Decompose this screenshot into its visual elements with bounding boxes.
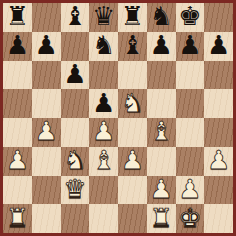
square-a7[interactable]: ♟ [3, 32, 32, 61]
piece-white-bishop[interactable]: ♝ [149, 118, 172, 144]
piece-black-rook[interactable]: ♜ [121, 3, 144, 29]
square-d8[interactable]: ♛ [89, 3, 118, 32]
piece-white-bishop[interactable]: ♝ [92, 147, 115, 173]
square-e5[interactable]: ♞ [118, 89, 147, 118]
square-d4[interactable]: ♟ [89, 118, 118, 147]
square-a4[interactable] [3, 118, 32, 147]
piece-black-pawn[interactable]: ♟ [149, 32, 172, 58]
square-f7[interactable]: ♟ [147, 32, 176, 61]
piece-white-rook[interactable]: ♜ [6, 205, 29, 231]
square-b5[interactable] [32, 89, 61, 118]
square-e3[interactable]: ♟ [118, 147, 147, 176]
piece-white-rook[interactable]: ♜ [149, 205, 172, 231]
square-d7[interactable]: ♞ [89, 32, 118, 61]
square-h6[interactable] [204, 61, 233, 90]
square-a1[interactable]: ♜ [3, 204, 32, 233]
square-f2[interactable]: ♟ [147, 176, 176, 205]
square-c4[interactable] [61, 118, 90, 147]
square-e4[interactable] [118, 118, 147, 147]
piece-white-knight[interactable]: ♞ [63, 147, 86, 173]
square-d5[interactable]: ♟ [89, 89, 118, 118]
square-b8[interactable] [32, 3, 61, 32]
piece-black-pawn[interactable]: ♟ [92, 90, 115, 116]
piece-white-pawn[interactable]: ♟ [92, 118, 115, 144]
square-c7[interactable] [61, 32, 90, 61]
square-g2[interactable]: ♟ [176, 176, 205, 205]
square-g3[interactable] [176, 147, 205, 176]
piece-black-pawn[interactable]: ♟ [207, 32, 230, 58]
square-c3[interactable]: ♞ [61, 147, 90, 176]
piece-black-bishop[interactable]: ♝ [121, 32, 144, 58]
piece-black-pawn[interactable]: ♟ [178, 32, 201, 58]
square-h7[interactable]: ♟ [204, 32, 233, 61]
square-d1[interactable] [89, 204, 118, 233]
piece-white-pawn[interactable]: ♟ [178, 176, 201, 202]
square-d3[interactable]: ♝ [89, 147, 118, 176]
square-f4[interactable]: ♝ [147, 118, 176, 147]
square-a8[interactable]: ♜ [3, 3, 32, 32]
square-c2[interactable]: ♛ [61, 176, 90, 205]
square-f8[interactable]: ♞ [147, 3, 176, 32]
square-f6[interactable] [147, 61, 176, 90]
square-c1[interactable] [61, 204, 90, 233]
square-b1[interactable] [32, 204, 61, 233]
square-a6[interactable] [3, 61, 32, 90]
piece-white-knight[interactable]: ♞ [121, 90, 144, 116]
square-a3[interactable]: ♟ [3, 147, 32, 176]
square-d6[interactable] [89, 61, 118, 90]
square-d2[interactable] [89, 176, 118, 205]
square-c8[interactable]: ♝ [61, 3, 90, 32]
piece-white-pawn[interactable]: ♟ [207, 147, 230, 173]
square-h8[interactable] [204, 3, 233, 32]
piece-black-bishop[interactable]: ♝ [63, 3, 86, 29]
piece-white-king[interactable]: ♚ [178, 205, 201, 231]
piece-black-pawn[interactable]: ♟ [63, 61, 86, 87]
square-a2[interactable] [3, 176, 32, 205]
square-h1[interactable] [204, 204, 233, 233]
square-h5[interactable] [204, 89, 233, 118]
square-g4[interactable] [176, 118, 205, 147]
piece-black-knight[interactable]: ♞ [149, 3, 172, 29]
square-e6[interactable] [118, 61, 147, 90]
piece-black-queen[interactable]: ♛ [92, 3, 115, 29]
square-e7[interactable]: ♝ [118, 32, 147, 61]
piece-black-pawn[interactable]: ♟ [6, 32, 29, 58]
piece-white-pawn[interactable]: ♟ [121, 147, 144, 173]
piece-black-knight[interactable]: ♞ [92, 32, 115, 58]
square-f1[interactable]: ♜ [147, 204, 176, 233]
square-h4[interactable] [204, 118, 233, 147]
piece-white-queen[interactable]: ♛ [63, 176, 86, 202]
square-g6[interactable] [176, 61, 205, 90]
square-b6[interactable] [32, 61, 61, 90]
chess-board: ♜♝♛♜♞♚♟♟♞♝♟♟♟♟♟♞♟♟♝♟♞♝♟♟♛♟♟♜♜♚ [3, 3, 233, 233]
square-c6[interactable]: ♟ [61, 61, 90, 90]
piece-black-rook[interactable]: ♜ [6, 3, 29, 29]
square-b2[interactable] [32, 176, 61, 205]
square-g5[interactable] [176, 89, 205, 118]
square-g7[interactable]: ♟ [176, 32, 205, 61]
piece-black-king[interactable]: ♚ [178, 3, 201, 29]
square-b3[interactable] [32, 147, 61, 176]
square-g8[interactable]: ♚ [176, 3, 205, 32]
piece-black-pawn[interactable]: ♟ [34, 32, 57, 58]
square-b4[interactable]: ♟ [32, 118, 61, 147]
square-e8[interactable]: ♜ [118, 3, 147, 32]
piece-white-pawn[interactable]: ♟ [149, 176, 172, 202]
piece-white-pawn[interactable]: ♟ [34, 118, 57, 144]
piece-white-pawn[interactable]: ♟ [6, 147, 29, 173]
square-h2[interactable] [204, 176, 233, 205]
square-h3[interactable]: ♟ [204, 147, 233, 176]
square-e1[interactable] [118, 204, 147, 233]
square-c5[interactable] [61, 89, 90, 118]
square-g1[interactable]: ♚ [176, 204, 205, 233]
chess-board-frame: ♜♝♛♜♞♚♟♟♞♝♟♟♟♟♟♞♟♟♝♟♞♝♟♟♛♟♟♜♜♚ [0, 0, 236, 236]
square-b7[interactable]: ♟ [32, 32, 61, 61]
square-e2[interactable] [118, 176, 147, 205]
square-f5[interactable] [147, 89, 176, 118]
square-f3[interactable] [147, 147, 176, 176]
square-a5[interactable] [3, 89, 32, 118]
